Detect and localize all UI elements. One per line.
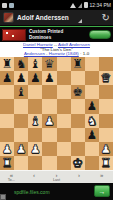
board-square[interactable] [42, 128, 56, 142]
board-square[interactable] [0, 85, 14, 99]
app-window: 12:34 PM Adolf Anderssen ↻ Custom Printe… [0, 0, 113, 200]
board-square[interactable] [85, 71, 99, 85]
chess-piece-white-king: ♚ [72, 156, 83, 170]
nav-to-end-button[interactable]: » [90, 171, 113, 183]
chess-piece-black-pawn: ♟ [30, 71, 41, 85]
chess-piece-black-king: ♚ [72, 85, 83, 99]
nav-back-button[interactable]: ‹ [23, 171, 46, 183]
board-square[interactable] [85, 142, 99, 156]
board-square[interactable]: ♚ [71, 156, 85, 170]
board-square[interactable]: ♜ [0, 57, 14, 71]
back-icon: ‹ [33, 172, 35, 178]
chess-piece-white-pawn: ♟ [2, 142, 13, 156]
board-square[interactable]: ♞ [14, 57, 28, 71]
board-square[interactable]: ♚ [71, 85, 85, 99]
board-square[interactable]: ♟ [28, 71, 42, 85]
chess-piece-black-knight: ♞ [16, 57, 27, 71]
bottom-ad-bar[interactable]: spdfile.files.com → [0, 183, 113, 200]
board-square[interactable]: ♟ [85, 128, 99, 142]
chess-piece-black-pawn: ♟ [86, 128, 97, 142]
board-square[interactable] [0, 128, 14, 142]
chess-piece-black-rook: ♜ [72, 57, 83, 71]
to-end-icon: » [100, 172, 103, 178]
chess-piece-white-rook: ♜ [101, 156, 112, 170]
board-square[interactable] [28, 156, 42, 170]
adchoices-icon[interactable] [0, 194, 6, 200]
wifi-icon [70, 3, 76, 8]
board-square[interactable]: ♝ [28, 114, 42, 128]
board-square[interactable] [14, 114, 28, 128]
board-square[interactable] [71, 128, 85, 142]
event-link[interactable]: Anderssen - Harrwitz (1848) [24, 51, 79, 56]
spinner-caret-icon[interactable] [78, 19, 82, 23]
board-square[interactable]: ♟ [0, 71, 14, 85]
board-square[interactable] [42, 156, 56, 170]
chess-piece-black-pawn: ♟ [2, 71, 13, 85]
board-square[interactable] [0, 114, 14, 128]
chess-piece-white-rook: ♜ [2, 156, 13, 170]
board-square[interactable] [28, 99, 42, 113]
board-square[interactable] [99, 57, 113, 71]
board-square[interactable] [14, 99, 28, 113]
board-square[interactable] [85, 156, 99, 170]
board-square[interactable] [57, 114, 71, 128]
board-square[interactable] [99, 128, 113, 142]
ad-text-line1: Custom Printed [29, 29, 63, 34]
board-square[interactable]: ♟ [14, 142, 28, 156]
notification-icon [9, 3, 14, 8]
page-title[interactable]: Adolf Anderssen [17, 14, 69, 21]
board-square[interactable] [42, 85, 56, 99]
chess-piece-white-knight: ♞ [86, 114, 97, 128]
board-square[interactable] [85, 85, 99, 99]
ad-text-line2: Dominoes [29, 35, 51, 40]
board-square[interactable] [85, 57, 99, 71]
board-square[interactable] [42, 99, 56, 113]
board-square[interactable]: ♜ [0, 156, 14, 170]
board-square[interactable] [14, 156, 28, 170]
board-square[interactable] [14, 128, 28, 142]
board-square[interactable] [42, 142, 56, 156]
chess-piece-white-bishop: ♝ [30, 114, 41, 128]
chess-piece-black-pawn: ♟ [86, 99, 97, 113]
board-square[interactable] [57, 85, 71, 99]
result-separator: · [80, 51, 81, 56]
board-square[interactable] [71, 114, 85, 128]
board-square[interactable]: ♟ [85, 99, 99, 113]
status-bar: 12:34 PM [0, 0, 113, 10]
title-bar: Adolf Anderssen ↻ [0, 10, 113, 26]
board-square[interactable] [0, 99, 14, 113]
chess-piece-black-queen: ♛ [44, 57, 55, 71]
game-result: 1-0 [83, 51, 89, 56]
signal-icon [78, 3, 82, 8]
ad-text[interactable]: Custom Printed Dominoes [29, 29, 63, 40]
chess-piece-black-bishop: ♝ [30, 57, 41, 71]
board-square[interactable] [57, 156, 71, 170]
board-square[interactable] [99, 85, 113, 99]
chess-piece-black-pawn: ♟ [16, 71, 27, 85]
nav-button-label: To... [8, 178, 15, 183]
ad-cta-button[interactable] [89, 30, 111, 39]
board-square[interactable] [57, 57, 71, 71]
nav-forward2-button[interactable]: › [68, 171, 91, 183]
chess-piece-white-pawn: ♟ [16, 142, 27, 156]
game-header: Daniel Harrwitz -- Adolf Anderssen "The … [0, 42, 113, 57]
app-icon [3, 12, 14, 23]
chess-piece-black-pawn: ♟ [44, 71, 55, 85]
board-square[interactable]: ♛ [42, 57, 56, 71]
chess-piece-black-rook: ♜ [2, 57, 13, 71]
board-square[interactable]: ♟ [42, 114, 56, 128]
board-square[interactable] [28, 85, 42, 99]
top-ad-banner[interactable]: Custom Printed Dominoes [0, 26, 113, 42]
board-square[interactable] [99, 114, 113, 128]
board-square[interactable] [57, 99, 71, 113]
forward-icon: › [78, 172, 80, 178]
notification-icon [2, 3, 7, 8]
board-square[interactable]: ♟ [99, 142, 113, 156]
board-square[interactable]: ♝ [28, 57, 42, 71]
board-square[interactable] [28, 128, 42, 142]
board-square[interactable]: ♞ [85, 114, 99, 128]
battery-icon [84, 2, 88, 8]
board-square[interactable] [71, 71, 85, 85]
board-square[interactable] [57, 71, 71, 85]
board-square[interactable] [57, 142, 71, 156]
board-square[interactable]: ♛ [99, 71, 113, 85]
chess-piece-white-queen: ♛ [101, 71, 112, 85]
nav-button-label: Last [53, 178, 60, 183]
status-time: 12:34 PM [90, 0, 111, 10]
board-square[interactable]: ♜ [71, 57, 85, 71]
chess-piece-white-pawn: ♟ [30, 142, 41, 156]
chess-piece-white-pawn: ♟ [101, 142, 112, 156]
go-arrow-icon: → [99, 188, 106, 195]
chess-board[interactable]: ♜♞♝♛♜♟♟♟♟♛♝♚♟♝♟♞♟♟♟♟♟♜♚♜ [0, 57, 113, 170]
board-square[interactable] [71, 99, 85, 113]
board-square[interactable]: ♜ [99, 156, 113, 170]
board-square[interactable] [71, 142, 85, 156]
board-square[interactable]: ♝ [14, 85, 28, 99]
board-square[interactable]: ♟ [28, 142, 42, 156]
board-square[interactable] [99, 99, 113, 113]
nav-to-start-button[interactable]: « To... [0, 171, 23, 183]
chess-piece-black-bishop: ♝ [16, 85, 27, 99]
chess-piece-white-pawn: ♟ [44, 114, 55, 128]
move-nav-toolbar: « To... ‹ › Last › » [0, 170, 113, 183]
ad-go-button[interactable]: → [94, 185, 110, 197]
board-square[interactable]: ♟ [42, 71, 56, 85]
ad-image[interactable] [2, 29, 26, 41]
board-square[interactable]: ♟ [14, 71, 28, 85]
nav-forward-button[interactable]: › Last [45, 171, 68, 183]
ad-url-text[interactable]: spdfile.files.com [14, 189, 50, 195]
board-square[interactable] [57, 128, 71, 142]
refresh-icon[interactable]: ↻ [102, 11, 110, 25]
board-square[interactable]: ♟ [0, 142, 14, 156]
